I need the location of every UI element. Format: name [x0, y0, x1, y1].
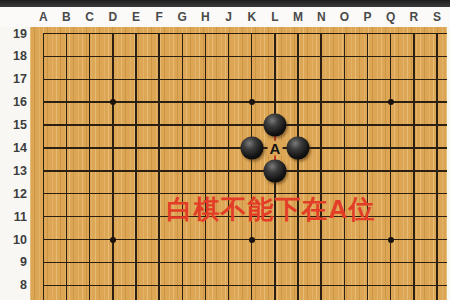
- row-label-15: 15: [13, 118, 27, 132]
- top-bar: [0, 0, 450, 7]
- star-point-d10: [110, 237, 116, 243]
- grid-line-vertical: [297, 33, 299, 300]
- grid-line-vertical: [251, 33, 253, 300]
- column-label-a: A: [39, 10, 48, 24]
- go-board[interactable]: A: [30, 27, 447, 300]
- grid-line-vertical: [436, 33, 438, 300]
- star-point-k10: [249, 237, 255, 243]
- grid-line-horizontal: [43, 79, 447, 81]
- column-label-r: R: [410, 10, 419, 24]
- column-label-m: M: [293, 10, 303, 24]
- column-label-c: C: [85, 10, 94, 24]
- row-label-8: 8: [20, 278, 27, 292]
- grid-line-vertical: [66, 33, 68, 300]
- black-stone-m14: [287, 136, 310, 159]
- grid-line-vertical: [89, 33, 91, 300]
- row-label-14: 14: [13, 141, 27, 155]
- star-point-d16: [110, 99, 116, 105]
- grid-line-vertical: [367, 33, 369, 300]
- column-label-g: G: [178, 10, 187, 24]
- row-label-10: 10: [13, 233, 27, 247]
- grid-line-vertical: [43, 33, 45, 300]
- point-label-a[interactable]: A: [267, 140, 282, 155]
- grid-line-vertical: [413, 33, 415, 300]
- column-label-o: O: [340, 10, 349, 24]
- grid-line-vertical: [135, 33, 137, 300]
- grid-line-vertical: [182, 33, 184, 300]
- column-label-l: L: [271, 10, 278, 24]
- row-label-11: 11: [14, 210, 27, 224]
- grid-line-horizontal: [43, 33, 447, 35]
- black-stone-l15: [263, 114, 286, 137]
- grid-line-vertical: [390, 33, 392, 300]
- star-point-k16: [249, 99, 255, 105]
- black-stone-l13: [263, 159, 286, 182]
- grid-line-horizontal: [43, 170, 447, 172]
- star-point-q16: [388, 99, 394, 105]
- row-label-16: 16: [13, 95, 27, 109]
- column-label-q: Q: [386, 10, 395, 24]
- row-label-19: 19: [13, 27, 27, 41]
- grid-line-horizontal: [43, 101, 447, 103]
- row-label-13: 13: [13, 164, 27, 178]
- grid-line-vertical: [158, 33, 160, 300]
- column-label-j: J: [225, 10, 232, 24]
- row-label-17: 17: [13, 72, 27, 86]
- row-label-9: 9: [20, 255, 27, 269]
- black-stone-k14: [240, 136, 263, 159]
- column-label-h: H: [201, 10, 210, 24]
- caption-text: 白棋不能下在A位: [167, 192, 376, 227]
- column-label-f: F: [155, 10, 162, 24]
- grid-line-horizontal: [43, 56, 447, 58]
- go-diagram: A ABCDEFGHJKLMNOPQRS 1918171615141312111…: [0, 0, 450, 300]
- row-label-12: 12: [13, 187, 27, 201]
- grid-line-horizontal: [43, 239, 447, 241]
- grid-line-vertical: [228, 33, 230, 300]
- column-label-d: D: [108, 10, 117, 24]
- column-label-n: N: [317, 10, 326, 24]
- grid-line-vertical: [205, 33, 207, 300]
- row-label-18: 18: [13, 49, 27, 63]
- column-label-b: B: [62, 10, 71, 24]
- grid-line-horizontal: [43, 285, 447, 287]
- column-label-e: E: [132, 10, 140, 24]
- column-label-s: S: [433, 10, 441, 24]
- grid-line-vertical: [112, 33, 114, 300]
- column-label-k: K: [247, 10, 256, 24]
- grid-line-vertical: [344, 33, 346, 300]
- column-label-p: P: [364, 10, 372, 24]
- grid-line-horizontal: [43, 124, 447, 126]
- grid-line-horizontal: [43, 262, 447, 264]
- grid-line-vertical: [320, 33, 322, 300]
- star-point-q10: [388, 237, 394, 243]
